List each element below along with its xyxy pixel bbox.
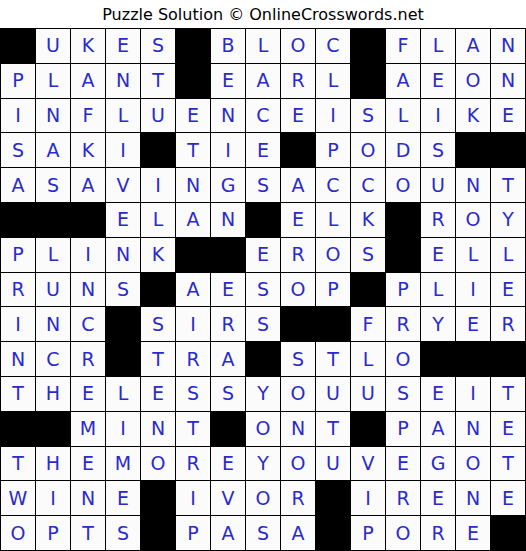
letter-cell: T — [141, 342, 175, 376]
letter-cell: T — [491, 447, 525, 481]
letter-cell: T — [1, 447, 35, 481]
letter-cell: I — [456, 377, 490, 411]
letter-cell: O — [141, 447, 175, 481]
letter-cell: L — [386, 99, 420, 133]
letter-cell: N — [456, 412, 490, 446]
letter-cell: T — [176, 133, 210, 167]
letter-cell: S — [176, 377, 210, 411]
black-cell — [491, 516, 525, 550]
letter-cell: T — [491, 377, 525, 411]
letter-cell: L — [316, 203, 350, 237]
letter-cell: E — [456, 307, 490, 341]
letter-cell: O — [316, 238, 350, 272]
black-cell — [1, 203, 35, 237]
black-cell — [141, 481, 175, 515]
letter-cell: T — [316, 412, 350, 446]
letter-cell: P — [316, 273, 350, 307]
letter-cell: G — [421, 447, 455, 481]
letter-cell: N — [211, 99, 245, 133]
letter-cell: S — [246, 168, 280, 202]
letter-cell: V — [106, 168, 140, 202]
letter-cell: U — [316, 377, 350, 411]
letter-cell: K — [141, 238, 175, 272]
letter-cell: U — [141, 99, 175, 133]
letter-cell: O — [456, 447, 490, 481]
black-cell — [211, 238, 245, 272]
letter-cell: W — [1, 481, 35, 515]
black-cell — [281, 307, 315, 341]
letter-cell: F — [351, 307, 385, 341]
letter-cell: I — [106, 133, 140, 167]
letter-cell: I — [421, 99, 455, 133]
letter-cell: P — [351, 516, 385, 550]
letter-cell: S — [141, 307, 175, 341]
letter-cell: N — [176, 168, 210, 202]
black-cell — [246, 342, 280, 376]
letter-cell: N — [456, 168, 490, 202]
letter-cell: R — [386, 481, 420, 515]
letter-cell: R — [71, 342, 105, 376]
letter-cell: O — [386, 516, 420, 550]
letter-cell: S — [246, 307, 280, 341]
letter-cell: E — [491, 99, 525, 133]
puzzle-solution-page: Puzzle Solution © OnlineCrosswords.net U… — [0, 0, 526, 551]
black-cell — [491, 133, 525, 167]
letter-cell: N — [211, 203, 245, 237]
letter-cell: P — [316, 133, 350, 167]
letter-cell: R — [281, 64, 315, 98]
black-cell — [1, 29, 35, 63]
letter-cell: E — [421, 481, 455, 515]
letter-cell: L — [351, 342, 385, 376]
letter-cell: N — [141, 412, 175, 446]
letter-cell: A — [71, 64, 105, 98]
black-cell — [211, 412, 245, 446]
letter-cell: A — [421, 412, 455, 446]
black-cell — [141, 133, 175, 167]
letter-cell: E — [456, 516, 490, 550]
letter-cell: N — [456, 481, 490, 515]
letter-cell: A — [211, 342, 245, 376]
black-cell — [456, 133, 490, 167]
letter-cell: I — [316, 99, 350, 133]
letter-cell: A — [386, 64, 420, 98]
letter-cell: B — [211, 29, 245, 63]
letter-cell: V — [351, 447, 385, 481]
letter-cell: E — [176, 99, 210, 133]
letter-cell: I — [106, 412, 140, 446]
letter-cell: C — [71, 307, 105, 341]
black-cell — [316, 307, 350, 341]
letter-cell: E — [106, 481, 140, 515]
letter-cell: Y — [421, 307, 455, 341]
black-cell — [281, 133, 315, 167]
letter-cell: I — [351, 481, 385, 515]
letter-cell: I — [1, 307, 35, 341]
black-cell — [491, 342, 525, 376]
letter-cell: P — [1, 238, 35, 272]
letter-cell: U — [316, 447, 350, 481]
letter-cell: E — [491, 412, 525, 446]
letter-cell: A — [36, 133, 70, 167]
black-cell — [141, 516, 175, 550]
letter-cell: R — [211, 307, 245, 341]
letter-cell: O — [456, 64, 490, 98]
letter-cell: L — [456, 238, 490, 272]
black-cell — [141, 273, 175, 307]
letter-cell: O — [246, 481, 280, 515]
black-cell — [351, 29, 385, 63]
letter-cell: E — [71, 447, 105, 481]
letter-cell: H — [36, 447, 70, 481]
letter-cell: O — [246, 412, 280, 446]
black-cell — [106, 342, 140, 376]
letter-cell: A — [176, 203, 210, 237]
letter-cell: O — [281, 447, 315, 481]
black-cell — [36, 203, 70, 237]
letter-cell: D — [386, 133, 420, 167]
black-cell — [456, 342, 490, 376]
letter-cell: O — [281, 29, 315, 63]
letter-cell: E — [141, 377, 175, 411]
letter-cell: A — [71, 168, 105, 202]
letter-cell: U — [421, 168, 455, 202]
letter-cell: V — [211, 481, 245, 515]
letter-cell: R — [421, 203, 455, 237]
letter-cell: E — [421, 64, 455, 98]
letter-cell: R — [176, 342, 210, 376]
letter-cell: A — [281, 516, 315, 550]
letter-cell: E — [106, 203, 140, 237]
letter-cell: T — [71, 516, 105, 550]
black-cell — [71, 203, 105, 237]
black-cell — [176, 238, 210, 272]
letter-cell: E — [211, 447, 245, 481]
letter-cell: E — [71, 377, 105, 411]
letter-cell: T — [176, 412, 210, 446]
letter-cell: U — [36, 29, 70, 63]
letter-cell: L — [246, 29, 280, 63]
letter-cell: U — [351, 377, 385, 411]
letter-cell: S — [211, 377, 245, 411]
black-cell — [386, 203, 420, 237]
letter-cell: O — [281, 273, 315, 307]
letter-cell: S — [281, 342, 315, 376]
letter-cell: C — [351, 168, 385, 202]
letter-cell: I — [211, 133, 245, 167]
letter-cell: A — [1, 168, 35, 202]
letter-cell: I — [1, 99, 35, 133]
letter-cell: E — [211, 64, 245, 98]
letter-cell: R — [281, 238, 315, 272]
letter-cell: N — [106, 64, 140, 98]
letter-cell: E — [491, 481, 525, 515]
black-cell — [246, 203, 280, 237]
letter-cell: G — [211, 168, 245, 202]
letter-cell: N — [71, 481, 105, 515]
letter-cell: F — [71, 99, 105, 133]
letter-cell: K — [456, 99, 490, 133]
letter-cell: N — [36, 99, 70, 133]
letter-cell: A — [211, 516, 245, 550]
letter-cell: A — [246, 64, 280, 98]
letter-cell: I — [176, 307, 210, 341]
letter-cell: E — [421, 377, 455, 411]
letter-cell: E — [386, 447, 420, 481]
letter-cell: R — [281, 481, 315, 515]
letter-cell: E — [246, 238, 280, 272]
letter-cell: E — [421, 238, 455, 272]
letter-cell: E — [211, 273, 245, 307]
letter-cell: E — [106, 29, 140, 63]
letter-cell: O — [386, 168, 420, 202]
black-cell — [36, 412, 70, 446]
letter-cell: A — [456, 29, 490, 63]
letter-cell: F — [386, 29, 420, 63]
letter-cell: H — [36, 377, 70, 411]
letter-cell: S — [246, 516, 280, 550]
letter-cell: N — [491, 29, 525, 63]
letter-cell: S — [1, 133, 35, 167]
letter-cell: N — [71, 273, 105, 307]
letter-cell: P — [1, 64, 35, 98]
letter-cell: O — [456, 203, 490, 237]
letter-cell: S — [386, 377, 420, 411]
letter-cell: C — [36, 342, 70, 376]
letter-cell: S — [351, 238, 385, 272]
letter-cell: R — [386, 307, 420, 341]
letter-cell: I — [36, 481, 70, 515]
crossword-grid: UKESBLOCFLANPLANTEARLAEONINFLUENCEISLIKE… — [0, 28, 526, 551]
letter-cell: P — [386, 412, 420, 446]
letter-cell: Y — [491, 203, 525, 237]
letter-cell: O — [1, 516, 35, 550]
letter-cell: E — [491, 273, 525, 307]
letter-cell: S — [351, 99, 385, 133]
black-cell — [106, 307, 140, 341]
black-cell — [176, 64, 210, 98]
letter-cell: L — [106, 377, 140, 411]
letter-cell: Y — [246, 447, 280, 481]
page-title: Puzzle Solution © OnlineCrosswords.net — [0, 0, 526, 28]
letter-cell: C — [316, 168, 350, 202]
letter-cell: T — [1, 377, 35, 411]
letter-cell: N — [281, 412, 315, 446]
letter-cell: S — [421, 133, 455, 167]
letter-cell: O — [386, 342, 420, 376]
letter-cell: K — [71, 29, 105, 63]
letter-cell: S — [246, 273, 280, 307]
letter-cell: T — [491, 168, 525, 202]
letter-cell: U — [36, 273, 70, 307]
black-cell — [351, 412, 385, 446]
letter-cell: T — [316, 342, 350, 376]
letter-cell: O — [281, 377, 315, 411]
letter-cell: L — [421, 273, 455, 307]
letter-cell: M — [71, 412, 105, 446]
letter-cell: N — [1, 342, 35, 376]
black-cell — [386, 238, 420, 272]
black-cell — [176, 29, 210, 63]
black-cell — [351, 64, 385, 98]
black-cell — [421, 342, 455, 376]
letter-cell: L — [141, 203, 175, 237]
letter-cell: L — [36, 238, 70, 272]
letter-cell: C — [246, 99, 280, 133]
letter-cell: L — [421, 29, 455, 63]
letter-cell: P — [36, 516, 70, 550]
black-cell — [351, 273, 385, 307]
letter-cell: O — [351, 133, 385, 167]
letter-cell: N — [106, 238, 140, 272]
letter-cell: R — [176, 447, 210, 481]
letter-cell: S — [141, 29, 175, 63]
letter-cell: E — [281, 99, 315, 133]
letter-cell: C — [316, 29, 350, 63]
letter-cell: K — [351, 203, 385, 237]
letter-cell: I — [141, 168, 175, 202]
letter-cell: A — [176, 273, 210, 307]
black-cell — [1, 412, 35, 446]
letter-cell: N — [491, 64, 525, 98]
letter-cell: R — [1, 273, 35, 307]
letter-cell: R — [491, 307, 525, 341]
letter-cell: P — [176, 516, 210, 550]
letter-cell: N — [36, 307, 70, 341]
letter-cell: S — [106, 516, 140, 550]
letter-cell: K — [71, 133, 105, 167]
letter-cell: R — [421, 516, 455, 550]
letter-cell: A — [281, 168, 315, 202]
letter-cell: I — [456, 273, 490, 307]
letter-cell: S — [36, 168, 70, 202]
letter-cell: M — [106, 447, 140, 481]
letter-cell: P — [386, 273, 420, 307]
letter-cell: I — [176, 481, 210, 515]
letter-cell: L — [316, 64, 350, 98]
letter-cell: T — [141, 64, 175, 98]
black-cell — [316, 516, 350, 550]
letter-cell: L — [106, 99, 140, 133]
letter-cell: E — [246, 133, 280, 167]
letter-cell: S — [106, 273, 140, 307]
letter-cell: L — [36, 64, 70, 98]
letter-cell: L — [491, 238, 525, 272]
letter-cell: E — [281, 203, 315, 237]
letter-cell: Y — [246, 377, 280, 411]
letter-cell: I — [71, 238, 105, 272]
black-cell — [316, 481, 350, 515]
